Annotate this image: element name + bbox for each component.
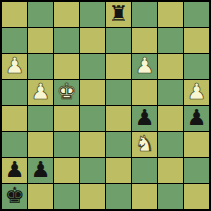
- square-f8[interactable]: [132, 2, 157, 27]
- square-d3[interactable]: [80, 132, 105, 157]
- square-b6[interactable]: [28, 54, 53, 79]
- square-b2[interactable]: ♟: [28, 158, 53, 183]
- square-e3[interactable]: [106, 132, 131, 157]
- square-f1[interactable]: [132, 184, 157, 209]
- white-king[interactable]: ♚: [57, 81, 77, 103]
- square-h2[interactable]: [184, 158, 209, 183]
- square-g6[interactable]: [158, 54, 183, 79]
- square-d4[interactable]: [80, 106, 105, 131]
- square-e1[interactable]: [106, 184, 131, 209]
- square-h6[interactable]: [184, 54, 209, 79]
- square-f7[interactable]: [132, 28, 157, 53]
- square-f3[interactable]: ♞: [132, 132, 157, 157]
- square-a3[interactable]: [2, 132, 27, 157]
- black-king[interactable]: ♚: [5, 185, 25, 207]
- square-b4[interactable]: [28, 106, 53, 131]
- black-rook[interactable]: ♜: [109, 3, 129, 25]
- square-a8[interactable]: [2, 2, 27, 27]
- square-f4[interactable]: ♟: [132, 106, 157, 131]
- square-f5[interactable]: [132, 80, 157, 105]
- square-c4[interactable]: [54, 106, 79, 131]
- square-d5[interactable]: [80, 80, 105, 105]
- square-h1[interactable]: [184, 184, 209, 209]
- square-g4[interactable]: [158, 106, 183, 131]
- square-c6[interactable]: [54, 54, 79, 79]
- square-d8[interactable]: [80, 2, 105, 27]
- square-b8[interactable]: [28, 2, 53, 27]
- square-e5[interactable]: [106, 80, 131, 105]
- square-c8[interactable]: [54, 2, 79, 27]
- square-h3[interactable]: [184, 132, 209, 157]
- square-a5[interactable]: [2, 80, 27, 105]
- black-pawn[interactable]: ♟: [135, 107, 155, 129]
- square-c1[interactable]: [54, 184, 79, 209]
- chess-board-wrapper: ♜♟♟♟♚♟♟♟♞♟♟♚: [0, 0, 211, 211]
- chess-board: ♜♟♟♟♚♟♟♟♞♟♟♚: [0, 0, 211, 211]
- black-pawn[interactable]: ♟: [187, 107, 207, 129]
- square-c5[interactable]: ♚: [54, 80, 79, 105]
- black-pawn[interactable]: ♟: [5, 159, 25, 181]
- square-g3[interactable]: [158, 132, 183, 157]
- square-g1[interactable]: [158, 184, 183, 209]
- square-d7[interactable]: [80, 28, 105, 53]
- white-knight[interactable]: ♞: [135, 133, 155, 155]
- black-pawn[interactable]: ♟: [31, 159, 51, 181]
- square-h5[interactable]: ♟: [184, 80, 209, 105]
- square-h8[interactable]: [184, 2, 209, 27]
- square-g7[interactable]: [158, 28, 183, 53]
- square-e8[interactable]: ♜: [106, 2, 131, 27]
- square-d2[interactable]: [80, 158, 105, 183]
- square-b1[interactable]: [28, 184, 53, 209]
- square-c3[interactable]: [54, 132, 79, 157]
- square-d6[interactable]: [80, 54, 105, 79]
- white-pawn[interactable]: ♟: [187, 81, 207, 103]
- square-h7[interactable]: [184, 28, 209, 53]
- square-g8[interactable]: [158, 2, 183, 27]
- square-b7[interactable]: [28, 28, 53, 53]
- square-e7[interactable]: [106, 28, 131, 53]
- square-b3[interactable]: [28, 132, 53, 157]
- square-a1[interactable]: ♚: [2, 184, 27, 209]
- white-pawn[interactable]: ♟: [135, 55, 155, 77]
- square-g5[interactable]: [158, 80, 183, 105]
- square-a4[interactable]: [2, 106, 27, 131]
- white-pawn[interactable]: ♟: [31, 81, 51, 103]
- square-a7[interactable]: [2, 28, 27, 53]
- square-c2[interactable]: [54, 158, 79, 183]
- square-f6[interactable]: ♟: [132, 54, 157, 79]
- square-a6[interactable]: ♟: [2, 54, 27, 79]
- square-e4[interactable]: [106, 106, 131, 131]
- square-e2[interactable]: [106, 158, 131, 183]
- square-c7[interactable]: [54, 28, 79, 53]
- square-h4[interactable]: ♟: [184, 106, 209, 131]
- square-g2[interactable]: [158, 158, 183, 183]
- white-pawn[interactable]: ♟: [5, 55, 25, 77]
- square-b5[interactable]: ♟: [28, 80, 53, 105]
- square-a2[interactable]: ♟: [2, 158, 27, 183]
- square-e6[interactable]: [106, 54, 131, 79]
- square-d1[interactable]: [80, 184, 105, 209]
- square-f2[interactable]: [132, 158, 157, 183]
